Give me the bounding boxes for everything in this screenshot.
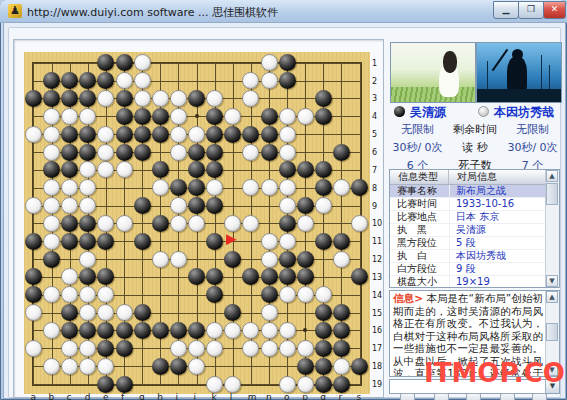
board-point[interactable] (314, 339, 332, 357)
board-point[interactable] (314, 107, 332, 125)
board-point[interactable] (115, 179, 133, 197)
board-point[interactable] (43, 197, 61, 215)
board-point[interactable] (224, 125, 242, 143)
board-point[interactable] (24, 161, 42, 179)
board-point[interactable] (61, 161, 79, 179)
board-point[interactable] (296, 143, 314, 161)
board-point[interactable] (242, 214, 260, 232)
board-point[interactable] (332, 197, 350, 215)
board-point[interactable] (43, 54, 61, 72)
board-point[interactable] (79, 232, 97, 250)
board-point[interactable] (260, 197, 278, 215)
board-point[interactable] (188, 197, 206, 215)
board-point[interactable] (151, 72, 169, 90)
board-point[interactable] (296, 232, 314, 250)
board-point[interactable] (260, 107, 278, 125)
board-point[interactable] (332, 143, 350, 161)
board-point[interactable] (169, 179, 187, 197)
board-point[interactable] (224, 107, 242, 125)
board-point[interactable] (278, 232, 296, 250)
board-point[interactable] (61, 54, 79, 72)
board-point[interactable] (133, 375, 151, 393)
board-point[interactable] (206, 143, 224, 161)
board-point[interactable] (115, 72, 133, 90)
board-point[interactable] (188, 232, 206, 250)
board-point[interactable] (260, 89, 278, 107)
board-point[interactable] (188, 286, 206, 304)
board-point[interactable] (278, 250, 296, 268)
board-point[interactable] (260, 268, 278, 286)
board-point[interactable] (151, 125, 169, 143)
board-point[interactable] (79, 304, 97, 322)
close-button[interactable]: ✕ (543, 1, 566, 19)
board-point[interactable] (351, 107, 369, 125)
board-point[interactable] (224, 54, 242, 72)
board-point[interactable] (169, 161, 187, 179)
board-point[interactable] (314, 268, 332, 286)
board-point[interactable] (260, 143, 278, 161)
board-point[interactable] (61, 89, 79, 107)
scroll-thumb[interactable] (546, 183, 558, 205)
board-point[interactable] (24, 250, 42, 268)
board-point[interactable] (169, 304, 187, 322)
board-point[interactable] (314, 179, 332, 197)
board-point[interactable] (351, 143, 369, 161)
board-point[interactable] (24, 72, 42, 90)
board-point[interactable] (260, 339, 278, 357)
board-point[interactable] (206, 321, 224, 339)
board-point[interactable] (351, 214, 369, 232)
board-point[interactable] (43, 214, 61, 232)
board-point[interactable] (61, 232, 79, 250)
scroll-down-icon[interactable]: ▼ (546, 275, 558, 287)
board-point[interactable] (242, 89, 260, 107)
board-point[interactable] (332, 268, 350, 286)
board-point[interactable] (61, 214, 79, 232)
board-point[interactable] (296, 179, 314, 197)
board-point[interactable] (296, 268, 314, 286)
board-point[interactable] (169, 143, 187, 161)
board-point[interactable] (242, 179, 260, 197)
board-point[interactable] (224, 161, 242, 179)
board-point[interactable] (332, 54, 350, 72)
maximize-button[interactable]: ❐ (518, 1, 544, 19)
board-point[interactable] (43, 179, 61, 197)
board-point[interactable] (169, 250, 187, 268)
board-point[interactable] (188, 161, 206, 179)
board-point[interactable] (278, 321, 296, 339)
board-point[interactable] (224, 375, 242, 393)
board-point[interactable] (332, 179, 350, 197)
toolbar-icon[interactable] (500, 393, 515, 400)
board-point[interactable] (61, 321, 79, 339)
board-point[interactable] (115, 286, 133, 304)
board-point[interactable] (151, 250, 169, 268)
board-point[interactable] (61, 339, 79, 357)
board-point[interactable] (43, 250, 61, 268)
board-point[interactable] (260, 250, 278, 268)
board-point[interactable] (79, 179, 97, 197)
board-point[interactable] (115, 339, 133, 357)
board-point[interactable] (224, 89, 242, 107)
board-point[interactable] (206, 268, 224, 286)
board-point[interactable] (24, 321, 42, 339)
board-point[interactable] (169, 214, 187, 232)
board-point[interactable] (97, 72, 115, 90)
board-point[interactable] (206, 214, 224, 232)
board-point[interactable] (97, 89, 115, 107)
board-point[interactable] (296, 375, 314, 393)
board-point[interactable] (115, 250, 133, 268)
board-point[interactable] (332, 286, 350, 304)
board-point[interactable] (97, 375, 115, 393)
board-point[interactable] (351, 197, 369, 215)
board-point[interactable] (314, 286, 332, 304)
board-point[interactable] (260, 286, 278, 304)
board-point[interactable] (133, 89, 151, 107)
board-point[interactable] (206, 125, 224, 143)
board-point[interactable] (133, 250, 151, 268)
board-point[interactable] (242, 107, 260, 125)
board-point[interactable] (79, 250, 97, 268)
board-point[interactable] (188, 321, 206, 339)
board-point[interactable] (188, 89, 206, 107)
board-point[interactable] (24, 286, 42, 304)
info-row[interactable]: 黑方段位5 段 (390, 237, 559, 250)
board-point[interactable] (133, 321, 151, 339)
board-point[interactable] (79, 197, 97, 215)
board-point[interactable] (278, 179, 296, 197)
board-point[interactable] (278, 72, 296, 90)
board-point[interactable] (332, 214, 350, 232)
board-point[interactable] (296, 339, 314, 357)
board-point[interactable] (151, 339, 169, 357)
board-point[interactable] (151, 214, 169, 232)
board-point[interactable] (133, 125, 151, 143)
board-point[interactable] (188, 375, 206, 393)
board-point[interactable] (351, 286, 369, 304)
board-point[interactable] (115, 125, 133, 143)
board-point[interactable] (43, 304, 61, 322)
board-point[interactable] (151, 304, 169, 322)
board-point[interactable] (296, 72, 314, 90)
board-point[interactable] (97, 125, 115, 143)
board-point[interactable] (97, 54, 115, 72)
board-point[interactable] (206, 54, 224, 72)
board-point[interactable] (79, 268, 97, 286)
board-point[interactable] (115, 54, 133, 72)
board-point[interactable] (278, 143, 296, 161)
board-point[interactable] (260, 54, 278, 72)
board-point[interactable] (278, 286, 296, 304)
board-point[interactable] (278, 161, 296, 179)
board-point[interactable] (133, 161, 151, 179)
board-point[interactable] (332, 321, 350, 339)
board-point[interactable] (61, 286, 79, 304)
board-point[interactable] (296, 89, 314, 107)
board-point[interactable] (242, 161, 260, 179)
board-point[interactable] (188, 72, 206, 90)
board-point[interactable] (169, 72, 187, 90)
board-point[interactable] (97, 250, 115, 268)
board-point[interactable] (351, 357, 369, 375)
board-point[interactable] (79, 286, 97, 304)
board-point[interactable] (351, 72, 369, 90)
board-point[interactable] (224, 304, 242, 322)
board-point[interactable] (97, 143, 115, 161)
board-point[interactable] (296, 125, 314, 143)
board-point[interactable] (115, 107, 133, 125)
board-point[interactable] (206, 72, 224, 90)
board-point[interactable] (332, 72, 350, 90)
board-point[interactable] (43, 161, 61, 179)
board-point[interactable] (278, 268, 296, 286)
board-point[interactable] (61, 268, 79, 286)
board-point[interactable] (169, 375, 187, 393)
board-point[interactable] (224, 357, 242, 375)
board-point[interactable] (24, 339, 42, 357)
board-point[interactable] (151, 232, 169, 250)
info-row[interactable]: 棋盘大小19×19 (390, 276, 559, 288)
board-point[interactable] (133, 197, 151, 215)
board-point[interactable] (224, 339, 242, 357)
board-point[interactable] (351, 304, 369, 322)
board-point[interactable] (24, 143, 42, 161)
board-point[interactable] (260, 214, 278, 232)
board-point[interactable] (115, 232, 133, 250)
board-point[interactable] (332, 339, 350, 357)
board-point[interactable] (296, 286, 314, 304)
board-point[interactable] (296, 197, 314, 215)
board-point[interactable] (151, 161, 169, 179)
board-point[interactable] (61, 357, 79, 375)
board-point[interactable] (151, 197, 169, 215)
board-point[interactable] (314, 161, 332, 179)
board-point[interactable] (151, 375, 169, 393)
board-point[interactable] (188, 107, 206, 125)
board-point[interactable] (278, 125, 296, 143)
board-point[interactable] (206, 107, 224, 125)
board-point[interactable] (79, 54, 97, 72)
board-point[interactable] (169, 339, 187, 357)
board-point[interactable] (169, 286, 187, 304)
board-point[interactable] (79, 375, 97, 393)
board-point[interactable] (224, 72, 242, 90)
board-point[interactable] (242, 232, 260, 250)
board-point[interactable] (188, 179, 206, 197)
board-point[interactable] (43, 125, 61, 143)
board-point[interactable] (351, 250, 369, 268)
board-point[interactable] (296, 214, 314, 232)
board-point[interactable] (332, 250, 350, 268)
board-point[interactable] (24, 357, 42, 375)
board-point[interactable] (278, 304, 296, 322)
board-point[interactable] (188, 304, 206, 322)
board-point[interactable] (206, 286, 224, 304)
board-point[interactable] (242, 339, 260, 357)
board-point[interactable] (151, 286, 169, 304)
board-point[interactable] (242, 357, 260, 375)
board-point[interactable] (43, 232, 61, 250)
board-point[interactable] (206, 250, 224, 268)
board-point[interactable] (97, 286, 115, 304)
board-point[interactable] (43, 375, 61, 393)
board-point[interactable] (24, 89, 42, 107)
board-point[interactable] (169, 107, 187, 125)
board-point[interactable] (332, 89, 350, 107)
board-point[interactable] (151, 89, 169, 107)
board-point[interactable] (151, 268, 169, 286)
board-point[interactable] (79, 161, 97, 179)
board-point[interactable] (97, 304, 115, 322)
board-point[interactable] (133, 286, 151, 304)
board-point[interactable] (206, 357, 224, 375)
board-point[interactable] (314, 304, 332, 322)
info-row[interactable]: 赛事名称新布局之战 (390, 185, 559, 198)
board-point[interactable] (61, 143, 79, 161)
board-point[interactable] (242, 54, 260, 72)
board-point[interactable] (115, 357, 133, 375)
board-point[interactable] (43, 339, 61, 357)
board-point[interactable] (97, 321, 115, 339)
board-point[interactable] (97, 161, 115, 179)
board-point[interactable] (133, 232, 151, 250)
board-point[interactable] (79, 89, 97, 107)
board-point[interactable] (24, 268, 42, 286)
board-point[interactable] (332, 125, 350, 143)
board-point[interactable] (296, 321, 314, 339)
board-point[interactable] (169, 54, 187, 72)
board-point[interactable] (314, 214, 332, 232)
board-point[interactable] (151, 107, 169, 125)
board-point[interactable] (260, 161, 278, 179)
board-point[interactable] (133, 339, 151, 357)
board-point[interactable] (115, 143, 133, 161)
board-point[interactable] (79, 143, 97, 161)
board-point[interactable] (133, 357, 151, 375)
board-point[interactable] (61, 250, 79, 268)
info-row[interactable]: 执 黑吴清源 (390, 224, 559, 237)
board-point[interactable] (242, 197, 260, 215)
board-point[interactable] (278, 339, 296, 357)
board-point[interactable] (332, 357, 350, 375)
board-point[interactable] (43, 268, 61, 286)
board-point[interactable] (314, 125, 332, 143)
board-point[interactable] (188, 54, 206, 72)
board-point[interactable] (133, 304, 151, 322)
board-point[interactable] (278, 197, 296, 215)
board-point[interactable] (278, 357, 296, 375)
board-point[interactable] (296, 357, 314, 375)
board-point[interactable] (206, 304, 224, 322)
board-point[interactable] (43, 72, 61, 90)
board-point[interactable] (332, 107, 350, 125)
board-point[interactable] (260, 232, 278, 250)
board-point[interactable] (43, 143, 61, 161)
board-point[interactable] (43, 286, 61, 304)
board-point[interactable] (351, 232, 369, 250)
board-point[interactable] (61, 72, 79, 90)
board-point[interactable] (169, 357, 187, 375)
board-point[interactable] (115, 268, 133, 286)
board-point[interactable] (206, 197, 224, 215)
toolbar-icon[interactable] (434, 393, 449, 400)
board-point[interactable] (169, 197, 187, 215)
board-point[interactable] (278, 107, 296, 125)
board-point[interactable] (169, 89, 187, 107)
board-point[interactable] (43, 321, 61, 339)
board-point[interactable] (206, 232, 224, 250)
board-point[interactable] (115, 161, 133, 179)
board-point[interactable] (61, 375, 79, 393)
board-point[interactable] (133, 72, 151, 90)
board-point[interactable] (296, 250, 314, 268)
board-point[interactable] (206, 375, 224, 393)
board-point[interactable] (260, 179, 278, 197)
scroll-up-icon[interactable]: ▲ (546, 170, 558, 182)
board-point[interactable] (61, 179, 79, 197)
board-point[interactable] (260, 321, 278, 339)
board-point[interactable] (332, 161, 350, 179)
board-point[interactable] (278, 214, 296, 232)
board-point[interactable] (351, 179, 369, 197)
board-point[interactable] (351, 321, 369, 339)
board-point[interactable] (314, 250, 332, 268)
board-point[interactable] (169, 321, 187, 339)
board-point[interactable] (97, 232, 115, 250)
board-point[interactable] (133, 143, 151, 161)
board-point[interactable] (188, 339, 206, 357)
board-point[interactable] (115, 321, 133, 339)
info-row[interactable]: 比赛地点日本 东京 (390, 211, 559, 224)
board-point[interactable] (151, 54, 169, 72)
board-point[interactable] (314, 143, 332, 161)
board-point[interactable] (24, 214, 42, 232)
board-point[interactable] (351, 268, 369, 286)
board-point[interactable] (260, 357, 278, 375)
board-point[interactable] (79, 72, 97, 90)
board-point[interactable] (296, 161, 314, 179)
board-point[interactable] (278, 54, 296, 72)
board-point[interactable] (115, 197, 133, 215)
board-point[interactable] (332, 304, 350, 322)
minimize-button[interactable]: ▁ (493, 1, 519, 19)
board-point[interactable] (188, 250, 206, 268)
board-point[interactable] (351, 89, 369, 107)
board-point[interactable] (97, 268, 115, 286)
board-point[interactable] (224, 268, 242, 286)
board-point[interactable] (242, 250, 260, 268)
board-point[interactable] (314, 89, 332, 107)
board-point[interactable] (133, 214, 151, 232)
scroll-thumb[interactable] (546, 323, 558, 341)
board-point[interactable] (242, 321, 260, 339)
board-point[interactable] (24, 232, 42, 250)
board-point[interactable] (169, 125, 187, 143)
toolbar-icon[interactable] (532, 393, 547, 400)
board-point[interactable] (133, 268, 151, 286)
board-point[interactable] (79, 125, 97, 143)
board-point[interactable] (61, 197, 79, 215)
board-point[interactable] (314, 72, 332, 90)
board-point[interactable] (79, 357, 97, 375)
board-point[interactable] (278, 89, 296, 107)
board-point[interactable] (242, 125, 260, 143)
board-point[interactable] (242, 143, 260, 161)
board-point[interactable] (24, 107, 42, 125)
board-point[interactable] (188, 125, 206, 143)
board-point[interactable] (314, 232, 332, 250)
